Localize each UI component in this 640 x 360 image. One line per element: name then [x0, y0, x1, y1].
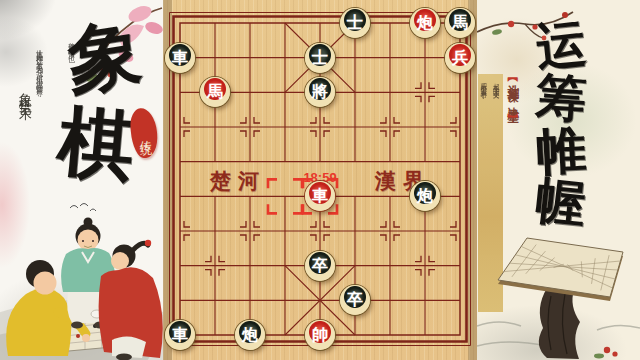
calligraphy-wei: 帷 — [528, 124, 595, 177]
red-general[interactable]: 帥 — [305, 320, 335, 350]
children-playing-art — [0, 192, 163, 360]
piece-character: 卒 — [347, 292, 363, 308]
calligraphy-qi: 棋 — [55, 103, 137, 185]
xiangqi-app-screen: 善博弈者得天下也 世事如棋让一着不为亏我 棋虽小道品德最尊 象棋艺术 象 棋 传… — [0, 0, 640, 360]
piece-character: 士 — [347, 15, 363, 31]
calligraphy-chou: 筹 — [527, 71, 594, 125]
left-caption-text: 象棋艺术 — [16, 82, 34, 102]
left-tiny-text-column: 世事如棋让一着不为亏我 棋虽小道品德最尊 — [34, 44, 43, 154]
black-chariot[interactable]: 車 — [165, 320, 195, 350]
piece-character: 車 — [172, 327, 188, 343]
calligraphy-wo: 幄 — [527, 174, 596, 230]
calligraphy-xiang: 象 — [65, 14, 145, 99]
piece-character: 將 — [312, 84, 328, 100]
piece-character: 馬 — [207, 84, 223, 100]
left-art-panel: 善博弈者得天下也 世事如棋让一着不为亏我 棋虽小道品德最尊 象棋艺术 象 棋 传… — [0, 0, 163, 360]
piece-character: 車 — [312, 188, 328, 204]
piece-character: 炮 — [417, 188, 433, 204]
black-advisor[interactable]: 士 — [340, 8, 370, 38]
piece-character: 炮 — [242, 327, 258, 343]
black-chariot[interactable]: 車 — [165, 43, 195, 73]
piece-character: 馬 — [452, 15, 468, 31]
black-soldier[interactable]: 卒 — [305, 251, 335, 281]
black-cannon[interactable]: 炮 — [235, 320, 265, 350]
black-horse[interactable]: 馬 — [445, 8, 475, 38]
piece-character: 卒 — [312, 257, 328, 273]
piece-character: 炮 — [417, 15, 433, 31]
piece-character: 士 — [312, 49, 328, 65]
right-art-panel: 观棋不语真君子 起手无回大丈夫 【计划筹谋，决胜千里】 运 筹 帷 幄 — [477, 0, 640, 360]
board-on-stand-art — [477, 230, 640, 360]
xiangqi-board[interactable]: 楚河 漢界 18:59 士炮馬車士兵馬將車炮卒卒車炮帥 — [163, 0, 477, 360]
piece-character: 帥 — [312, 327, 328, 343]
calligraphy-yun: 运 — [527, 17, 596, 73]
quote-column: 【计划筹谋，决胜千里】 — [506, 74, 519, 108]
black-advisor[interactable]: 士 — [305, 43, 335, 73]
piece-character: 兵 — [452, 49, 468, 65]
piece-character: 車 — [172, 49, 188, 65]
red-cannon[interactable]: 炮 — [410, 8, 440, 38]
red-soldier[interactable]: 兵 — [445, 43, 475, 73]
